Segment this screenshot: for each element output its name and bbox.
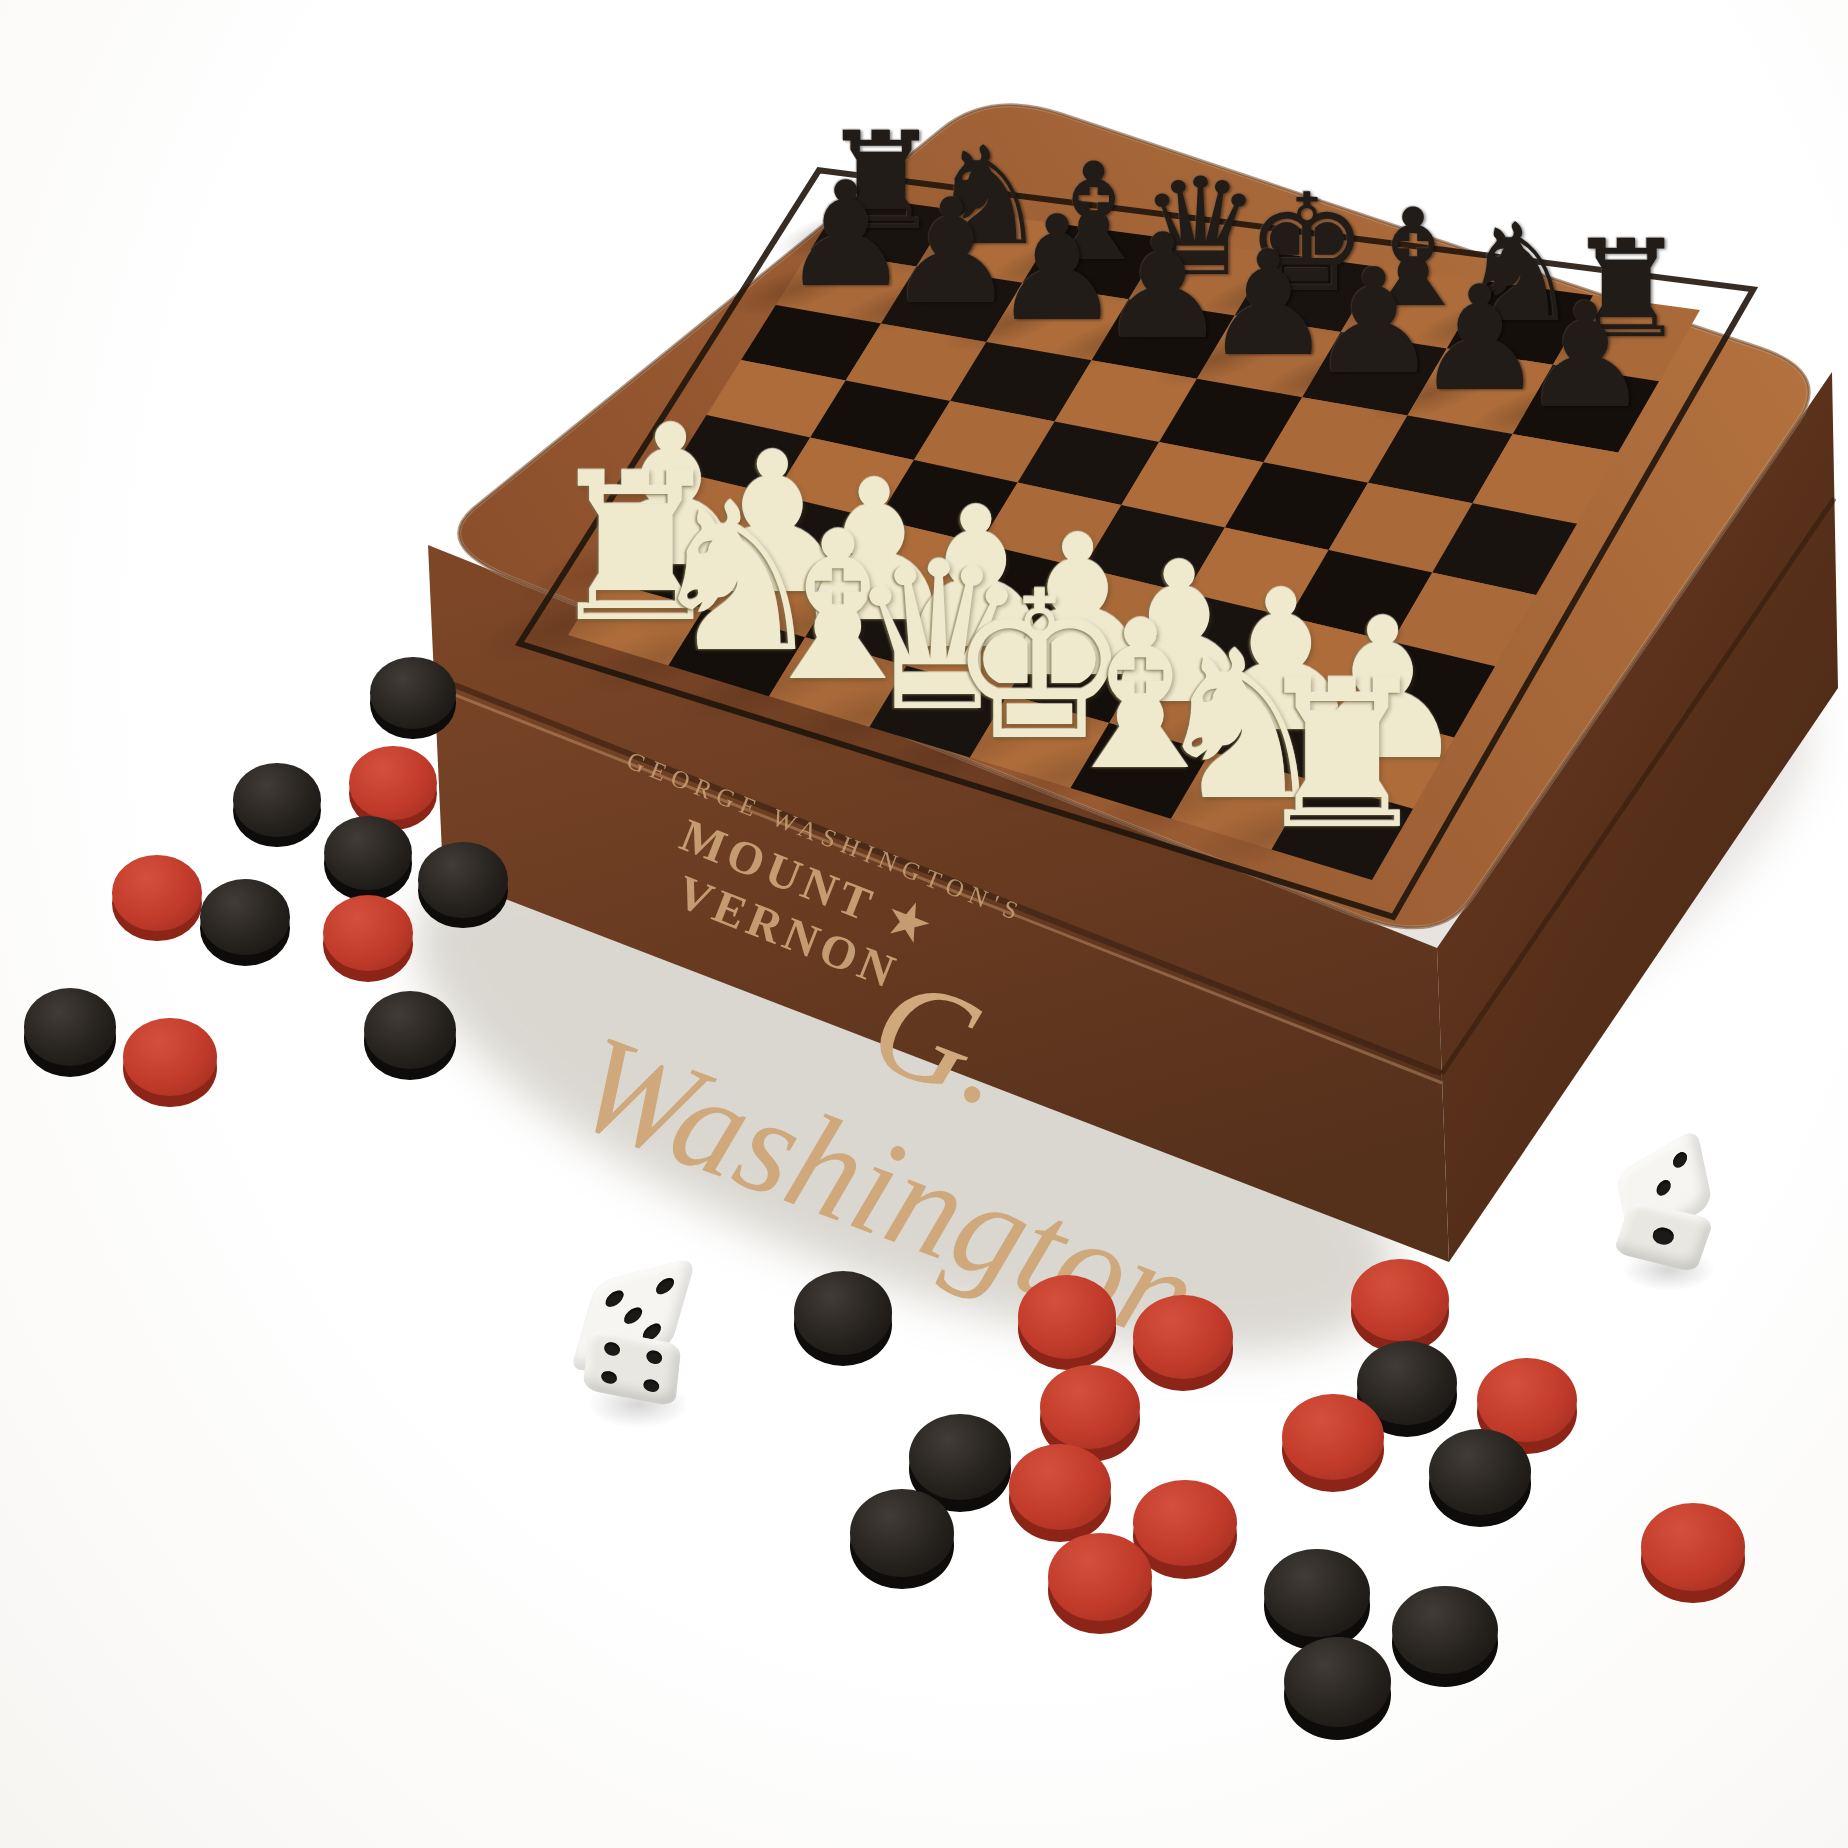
scene [0,0,1848,1848]
stage: ♜♞♝♛♟♚♟♝♟♞♜♟♟♟♟♟♟♟♟♜♟♞♟♝♟♛♟♚♟♝♞♜ GEORGE … [0,0,1848,1848]
